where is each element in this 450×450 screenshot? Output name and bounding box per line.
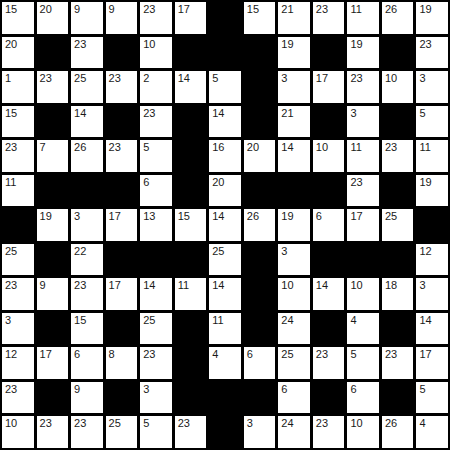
letter-cell-r9-c6[interactable]: 11 — [209, 313, 241, 345]
cell-number: 10 — [316, 141, 328, 154]
cell-number: 18 — [385, 279, 397, 292]
black-cell-r3-c7 — [244, 106, 276, 138]
letter-cell-r9-c4[interactable]: 25 — [140, 313, 172, 345]
cell-number: 23 — [316, 417, 328, 430]
cell-number: 3 — [281, 245, 287, 258]
letter-cell-r8-c2[interactable]: 23 — [71, 278, 103, 310]
letter-cell-r10-c0[interactable]: 12 — [2, 347, 34, 379]
cell-number: 23 — [5, 383, 17, 396]
black-cell-r7-c1 — [37, 244, 69, 276]
cell-number: 14 — [178, 72, 190, 85]
black-cell-r10-c5 — [175, 347, 207, 379]
cell-number: 11 — [5, 176, 16, 189]
letter-cell-r0-c12[interactable]: 19 — [416, 2, 448, 34]
letter-cell-r4-c3[interactable]: 23 — [106, 140, 138, 172]
letter-cell-r5-c0[interactable]: 11 — [2, 175, 34, 207]
black-cell-r11-c6 — [209, 382, 241, 414]
cell-number: 25 — [109, 417, 121, 430]
black-cell-r3-c1 — [37, 106, 69, 138]
letter-cell-r5-c6[interactable]: 20 — [209, 175, 241, 207]
letter-cell-r5-c10[interactable]: 23 — [347, 175, 379, 207]
black-cell-r1-c9 — [313, 37, 345, 69]
cell-number: 15 — [247, 3, 259, 16]
letter-cell-r9-c2[interactable]: 15 — [71, 313, 103, 345]
cell-number: 6 — [350, 383, 356, 396]
letter-cell-r5-c12[interactable]: 19 — [416, 175, 448, 207]
black-cell-r1-c11 — [382, 37, 414, 69]
cell-number: 15 — [178, 210, 190, 223]
cell-number: 11 — [419, 141, 430, 154]
cell-number: 19 — [419, 176, 431, 189]
cell-number: 12 — [419, 245, 431, 258]
letter-cell-r0-c5[interactable]: 17 — [175, 2, 207, 34]
cell-number: 10 — [385, 72, 397, 85]
black-cell-r5-c5 — [175, 175, 207, 207]
letter-cell-r8-c3[interactable]: 17 — [106, 278, 138, 310]
letter-cell-r6-c1[interactable]: 19 — [37, 209, 69, 241]
letter-cell-r7-c12[interactable]: 12 — [416, 244, 448, 276]
black-cell-r3-c11 — [382, 106, 414, 138]
black-cell-r11-c5 — [175, 382, 207, 414]
letter-cell-r11-c10[interactable]: 6 — [347, 382, 379, 414]
cell-number: 11 — [350, 141, 361, 154]
black-cell-r11-c9 — [313, 382, 345, 414]
black-cell-r9-c9 — [313, 313, 345, 345]
cell-number: 23 — [109, 141, 121, 154]
letter-cell-r10-c10[interactable]: 5 — [347, 347, 379, 379]
letter-cell-r10-c9[interactable]: 23 — [313, 347, 345, 379]
cell-number: 23 — [316, 3, 328, 16]
black-cell-r11-c7 — [244, 382, 276, 414]
cell-number: 14 — [419, 314, 431, 327]
cell-number: 19 — [40, 210, 52, 223]
letter-cell-r12-c10[interactable]: 10 — [347, 416, 379, 448]
cell-number: 25 — [5, 245, 17, 258]
cell-number: 3 — [143, 383, 149, 396]
letter-cell-r6-c9[interactable]: 6 — [313, 209, 345, 241]
letter-cell-r8-c11[interactable]: 18 — [382, 278, 414, 310]
letter-cell-r9-c0[interactable]: 3 — [2, 313, 34, 345]
black-cell-r9-c11 — [382, 313, 414, 345]
black-cell-r3-c3 — [106, 106, 138, 138]
black-cell-r1-c3 — [106, 37, 138, 69]
cell-number: 10 — [5, 417, 17, 430]
letter-cell-r4-c12[interactable]: 11 — [416, 140, 448, 172]
cell-number: 23 — [74, 38, 86, 51]
letter-cell-r1-c8[interactable]: 19 — [278, 37, 310, 69]
letter-cell-r3-c2[interactable]: 14 — [71, 106, 103, 138]
letter-cell-r8-c4[interactable]: 14 — [140, 278, 172, 310]
black-cell-r7-c3 — [106, 244, 138, 276]
letter-cell-r0-c11[interactable]: 26 — [382, 2, 414, 34]
cell-number: 23 — [143, 3, 155, 16]
letter-cell-r7-c8[interactable]: 3 — [278, 244, 310, 276]
cell-number: 23 — [143, 348, 155, 361]
black-cell-r9-c1 — [37, 313, 69, 345]
cell-number: 21 — [281, 3, 293, 16]
cell-number: 3 — [419, 72, 425, 85]
cell-number: 8 — [109, 348, 115, 361]
letter-cell-r8-c1[interactable]: 9 — [37, 278, 69, 310]
cell-number: 23 — [109, 72, 121, 85]
cell-number: 11 — [350, 3, 361, 16]
letter-cell-r6-c5[interactable]: 15 — [175, 209, 207, 241]
cell-number: 3 — [419, 279, 425, 292]
cell-number: 10 — [281, 279, 293, 292]
letter-cell-r1-c2[interactable]: 23 — [71, 37, 103, 69]
letter-cell-r8-c0[interactable]: 23 — [2, 278, 34, 310]
cell-number: 26 — [247, 210, 259, 223]
cell-number: 5 — [143, 141, 149, 154]
letter-cell-r6-c11[interactable]: 25 — [382, 209, 414, 241]
letter-cell-r6-c3[interactable]: 17 — [106, 209, 138, 241]
cell-number: 20 — [212, 176, 224, 189]
cell-number: 6 — [316, 210, 322, 223]
letter-cell-r3-c10[interactable]: 3 — [347, 106, 379, 138]
cell-number: 17 — [109, 279, 121, 292]
cell-number: 5 — [419, 383, 425, 396]
letter-cell-r9-c8[interactable]: 24 — [278, 313, 310, 345]
cell-number: 6 — [74, 348, 80, 361]
codeword-puzzle: 1520992317152123112619202310191923123252… — [0, 0, 450, 450]
cell-number: 19 — [281, 210, 293, 223]
letter-cell-r2-c12[interactable]: 3 — [416, 71, 448, 103]
black-cell-r9-c7 — [244, 313, 276, 345]
black-cell-r1-c1 — [37, 37, 69, 69]
letter-cell-r0-c4[interactable]: 23 — [140, 2, 172, 34]
letter-cell-r2-c9[interactable]: 17 — [313, 71, 345, 103]
cell-number: 23 — [40, 72, 52, 85]
cell-number: 12 — [5, 348, 17, 361]
black-cell-r9-c3 — [106, 313, 138, 345]
cell-number: 21 — [281, 107, 293, 120]
cell-number: 13 — [143, 210, 155, 223]
letter-cell-r3-c6[interactable]: 14 — [209, 106, 241, 138]
black-cell-r7-c11 — [382, 244, 414, 276]
cell-number: 25 — [385, 210, 397, 223]
cell-number: 23 — [385, 141, 397, 154]
cell-number: 11 — [178, 279, 189, 292]
cell-number: 10 — [350, 279, 362, 292]
letter-cell-r11-c2[interactable]: 9 — [71, 382, 103, 414]
letter-cell-r2-c11[interactable]: 10 — [382, 71, 414, 103]
cell-number: 6 — [247, 348, 253, 361]
cell-number: 23 — [74, 279, 86, 292]
letter-cell-r11-c12[interactable]: 5 — [416, 382, 448, 414]
letter-cell-r0-c9[interactable]: 23 — [313, 2, 345, 34]
cell-number: 9 — [40, 279, 46, 292]
cell-number: 4 — [350, 314, 356, 327]
letter-cell-r12-c7[interactable]: 3 — [244, 416, 276, 448]
cell-number: 3 — [5, 314, 11, 327]
letter-cell-r9-c10[interactable]: 4 — [347, 313, 379, 345]
letter-cell-r12-c2[interactable]: 23 — [71, 416, 103, 448]
letter-cell-r12-c1[interactable]: 23 — [37, 416, 69, 448]
letter-cell-r10-c8[interactable]: 25 — [278, 347, 310, 379]
cell-number: 17 — [419, 348, 431, 361]
cell-number: 17 — [109, 210, 121, 223]
letter-cell-r10-c2[interactable]: 6 — [71, 347, 103, 379]
cell-number: 11 — [212, 314, 223, 327]
cell-number: 3 — [281, 72, 287, 85]
cell-number: 5 — [143, 417, 149, 430]
cell-number: 6 — [143, 176, 149, 189]
cell-number: 25 — [212, 245, 224, 258]
cell-number: 25 — [143, 314, 155, 327]
black-cell-r9-c5 — [175, 313, 207, 345]
cell-number: 9 — [109, 3, 115, 16]
letter-cell-r10-c12[interactable]: 17 — [416, 347, 448, 379]
black-cell-r5-c2 — [71, 175, 103, 207]
letter-cell-r10-c7[interactable]: 6 — [244, 347, 276, 379]
black-cell-r6-c12 — [416, 209, 448, 241]
letter-cell-r6-c4[interactable]: 13 — [140, 209, 172, 241]
black-cell-r11-c1 — [37, 382, 69, 414]
letter-cell-r0-c3[interactable]: 9 — [106, 2, 138, 34]
codeword-grid: 1520992317152123112619202310191923123252… — [0, 0, 450, 450]
letter-cell-r9-c12[interactable]: 14 — [416, 313, 448, 345]
cell-number: 23 — [74, 417, 86, 430]
black-cell-r11-c3 — [106, 382, 138, 414]
cell-number: 23 — [5, 279, 17, 292]
cell-number: 20 — [5, 38, 17, 51]
letter-cell-r1-c4[interactable]: 10 — [140, 37, 172, 69]
letter-cell-r10-c6[interactable]: 4 — [209, 347, 241, 379]
black-cell-r8-c7 — [244, 278, 276, 310]
letter-cell-r12-c11[interactable]: 26 — [382, 416, 414, 448]
letter-cell-r2-c0[interactable]: 1 — [2, 71, 34, 103]
cell-number: 22 — [74, 245, 86, 258]
cell-number: 23 — [5, 141, 17, 154]
black-cell-r5-c3 — [106, 175, 138, 207]
letter-cell-r7-c2[interactable]: 22 — [71, 244, 103, 276]
black-cell-r1-c5 — [175, 37, 207, 69]
letter-cell-r10-c4[interactable]: 23 — [140, 347, 172, 379]
cell-number: 23 — [350, 176, 362, 189]
cell-number: 16 — [212, 141, 224, 154]
cell-number: 15 — [74, 314, 86, 327]
letter-cell-r12-c9[interactable]: 23 — [313, 416, 345, 448]
letter-cell-r8-c10[interactable]: 10 — [347, 278, 379, 310]
black-cell-r7-c5 — [175, 244, 207, 276]
cell-number: 2 — [143, 72, 149, 85]
letter-cell-r0-c8[interactable]: 21 — [278, 2, 310, 34]
cell-number: 23 — [385, 348, 397, 361]
black-cell-r4-c5 — [175, 140, 207, 172]
cell-number: 15 — [5, 107, 17, 120]
letter-cell-r6-c7[interactable]: 26 — [244, 209, 276, 241]
cell-number: 26 — [74, 141, 86, 154]
letter-cell-r1-c12[interactable]: 23 — [416, 37, 448, 69]
cell-number: 5 — [350, 348, 356, 361]
letter-cell-r6-c2[interactable]: 3 — [71, 209, 103, 241]
letter-cell-r3-c8[interactable]: 21 — [278, 106, 310, 138]
letter-cell-r8-c12[interactable]: 3 — [416, 278, 448, 310]
letter-cell-r0-c2[interactable]: 9 — [71, 2, 103, 34]
letter-cell-r0-c10[interactable]: 11 — [347, 2, 379, 34]
cell-number: 4 — [419, 417, 425, 430]
letter-cell-r4-c7[interactable]: 20 — [244, 140, 276, 172]
cell-number: 19 — [350, 38, 362, 51]
black-cell-r2-c7 — [244, 71, 276, 103]
cell-number: 23 — [40, 417, 52, 430]
letter-cell-r1-c10[interactable]: 19 — [347, 37, 379, 69]
letter-cell-r11-c4[interactable]: 3 — [140, 382, 172, 414]
cell-number: 26 — [385, 417, 397, 430]
cell-number: 10 — [143, 38, 155, 51]
black-cell-r3-c9 — [313, 106, 345, 138]
cell-number: 1 — [5, 72, 11, 85]
letter-cell-r0-c0[interactable]: 15 — [2, 2, 34, 34]
black-cell-r7-c4 — [140, 244, 172, 276]
cell-number: 17 — [316, 72, 328, 85]
letter-cell-r12-c5[interactable]: 23 — [175, 416, 207, 448]
letter-cell-r2-c4[interactable]: 2 — [140, 71, 172, 103]
cell-number: 3 — [350, 107, 356, 120]
cell-number: 19 — [281, 38, 293, 51]
cell-number: 14 — [212, 279, 224, 292]
letter-cell-r4-c2[interactable]: 26 — [71, 140, 103, 172]
cell-number: 6 — [281, 383, 287, 396]
cell-number: 9 — [74, 383, 80, 396]
black-cell-r7-c9 — [313, 244, 345, 276]
cell-number: 14 — [316, 279, 328, 292]
letter-cell-r12-c3[interactable]: 25 — [106, 416, 138, 448]
letter-cell-r2-c2[interactable]: 25 — [71, 71, 103, 103]
letter-cell-r2-c6[interactable]: 5 — [209, 71, 241, 103]
cell-number: 24 — [281, 314, 293, 327]
cell-number: 15 — [5, 3, 17, 16]
letter-cell-r10-c1[interactable]: 17 — [37, 347, 69, 379]
letter-cell-r6-c8[interactable]: 19 — [278, 209, 310, 241]
letter-cell-r3-c12[interactable]: 5 — [416, 106, 448, 138]
cell-number: 23 — [419, 38, 431, 51]
black-cell-r5-c7 — [244, 175, 276, 207]
letter-cell-r0-c7[interactable]: 15 — [244, 2, 276, 34]
cell-number: 14 — [74, 107, 86, 120]
cell-number: 23 — [316, 348, 328, 361]
letter-cell-r3-c0[interactable]: 15 — [2, 106, 34, 138]
letter-cell-r2-c3[interactable]: 23 — [106, 71, 138, 103]
cell-number: 17 — [178, 3, 190, 16]
letter-cell-r4-c4[interactable]: 5 — [140, 140, 172, 172]
black-cell-r7-c10 — [347, 244, 379, 276]
black-cell-r7-c7 — [244, 244, 276, 276]
cell-number: 14 — [212, 107, 224, 120]
letter-cell-r8-c5[interactable]: 11 — [175, 278, 207, 310]
letter-cell-r12-c12[interactable]: 4 — [416, 416, 448, 448]
black-cell-r5-c11 — [382, 175, 414, 207]
letter-cell-r2-c8[interactable]: 3 — [278, 71, 310, 103]
letter-cell-r8-c6[interactable]: 14 — [209, 278, 241, 310]
black-cell-r5-c8 — [278, 175, 310, 207]
cell-number: 20 — [40, 3, 52, 16]
cell-number: 17 — [40, 348, 52, 361]
cell-number: 7 — [40, 141, 46, 154]
letter-cell-r8-c8[interactable]: 10 — [278, 278, 310, 310]
cell-number: 10 — [350, 417, 362, 430]
letter-cell-r4-c1[interactable]: 7 — [37, 140, 69, 172]
letter-cell-r4-c11[interactable]: 23 — [382, 140, 414, 172]
cell-number: 3 — [247, 417, 253, 430]
cell-number: 23 — [178, 417, 190, 430]
letter-cell-r10-c3[interactable]: 8 — [106, 347, 138, 379]
letter-cell-r2-c5[interactable]: 14 — [175, 71, 207, 103]
letter-cell-r12-c0[interactable]: 10 — [2, 416, 34, 448]
cell-number: 9 — [74, 3, 80, 16]
letter-cell-r1-c0[interactable]: 20 — [2, 37, 34, 69]
cell-number: 14 — [212, 210, 224, 223]
black-cell-r0-c6 — [209, 2, 241, 34]
black-cell-r5-c1 — [37, 175, 69, 207]
letter-cell-r4-c6[interactable]: 16 — [209, 140, 241, 172]
cell-number: 14 — [143, 279, 155, 292]
letter-cell-r4-c9[interactable]: 10 — [313, 140, 345, 172]
black-cell-r3-c5 — [175, 106, 207, 138]
black-cell-r6-c0 — [2, 209, 34, 241]
black-cell-r11-c11 — [382, 382, 414, 414]
letter-cell-r10-c11[interactable]: 23 — [382, 347, 414, 379]
letter-cell-r0-c1[interactable]: 20 — [37, 2, 69, 34]
letter-cell-r12-c4[interactable]: 5 — [140, 416, 172, 448]
cell-number: 5 — [419, 107, 425, 120]
cell-number: 14 — [281, 141, 293, 154]
cell-number: 25 — [74, 72, 86, 85]
cell-number: 25 — [281, 348, 293, 361]
letter-cell-r3-c4[interactable]: 23 — [140, 106, 172, 138]
cell-number: 23 — [350, 72, 362, 85]
cell-number: 5 — [212, 72, 218, 85]
letter-cell-r2-c1[interactable]: 23 — [37, 71, 69, 103]
cell-number: 26 — [385, 3, 397, 16]
letter-cell-r5-c4[interactable]: 6 — [140, 175, 172, 207]
letter-cell-r12-c8[interactable]: 24 — [278, 416, 310, 448]
cell-number: 19 — [419, 3, 431, 16]
cell-number: 24 — [281, 417, 293, 430]
letter-cell-r11-c0[interactable]: 23 — [2, 382, 34, 414]
black-cell-r1-c6 — [209, 37, 241, 69]
black-cell-r1-c7 — [244, 37, 276, 69]
letter-cell-r6-c6[interactable]: 14 — [209, 209, 241, 241]
letter-cell-r8-c9[interactable]: 14 — [313, 278, 345, 310]
black-cell-r5-c9 — [313, 175, 345, 207]
black-cell-r12-c6 — [209, 416, 241, 448]
letter-cell-r7-c0[interactable]: 25 — [2, 244, 34, 276]
letter-cell-r7-c6[interactable]: 25 — [209, 244, 241, 276]
cell-number: 3 — [74, 210, 80, 223]
letter-cell-r11-c8[interactable]: 6 — [278, 382, 310, 414]
letter-cell-r2-c10[interactable]: 23 — [347, 71, 379, 103]
cell-number: 17 — [350, 210, 362, 223]
letter-cell-r4-c8[interactable]: 14 — [278, 140, 310, 172]
letter-cell-r4-c10[interactable]: 11 — [347, 140, 379, 172]
letter-cell-r6-c10[interactable]: 17 — [347, 209, 379, 241]
cell-number: 20 — [247, 141, 259, 154]
cell-number: 23 — [143, 107, 155, 120]
letter-cell-r4-c0[interactable]: 23 — [2, 140, 34, 172]
cell-number: 4 — [212, 348, 218, 361]
